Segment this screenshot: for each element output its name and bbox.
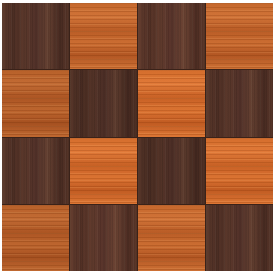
- board-square-r4c2: [70, 205, 137, 271]
- board-square-r2c1: [2, 70, 69, 136]
- board-square-r1c2: [70, 3, 137, 69]
- board-square-r2c2: [70, 70, 137, 136]
- board-square-r4c1: [2, 205, 69, 271]
- board-square-r1c1: [2, 3, 69, 69]
- game-board: [2, 3, 273, 271]
- board-square-r4c4: [206, 205, 273, 271]
- board-square-r3c4: [206, 138, 273, 204]
- board-square-r3c2: [70, 138, 137, 204]
- board-square-r3c3: [138, 138, 205, 204]
- board-square-r4c3: [138, 205, 205, 271]
- board-square-r1c3: [138, 3, 205, 69]
- board-square-r3c1: [2, 138, 69, 204]
- product-photo-canvas: [0, 0, 276, 277]
- board-square-r1c4: [206, 3, 273, 69]
- board-square-r2c3: [138, 70, 205, 136]
- board-square-r2c4: [206, 70, 273, 136]
